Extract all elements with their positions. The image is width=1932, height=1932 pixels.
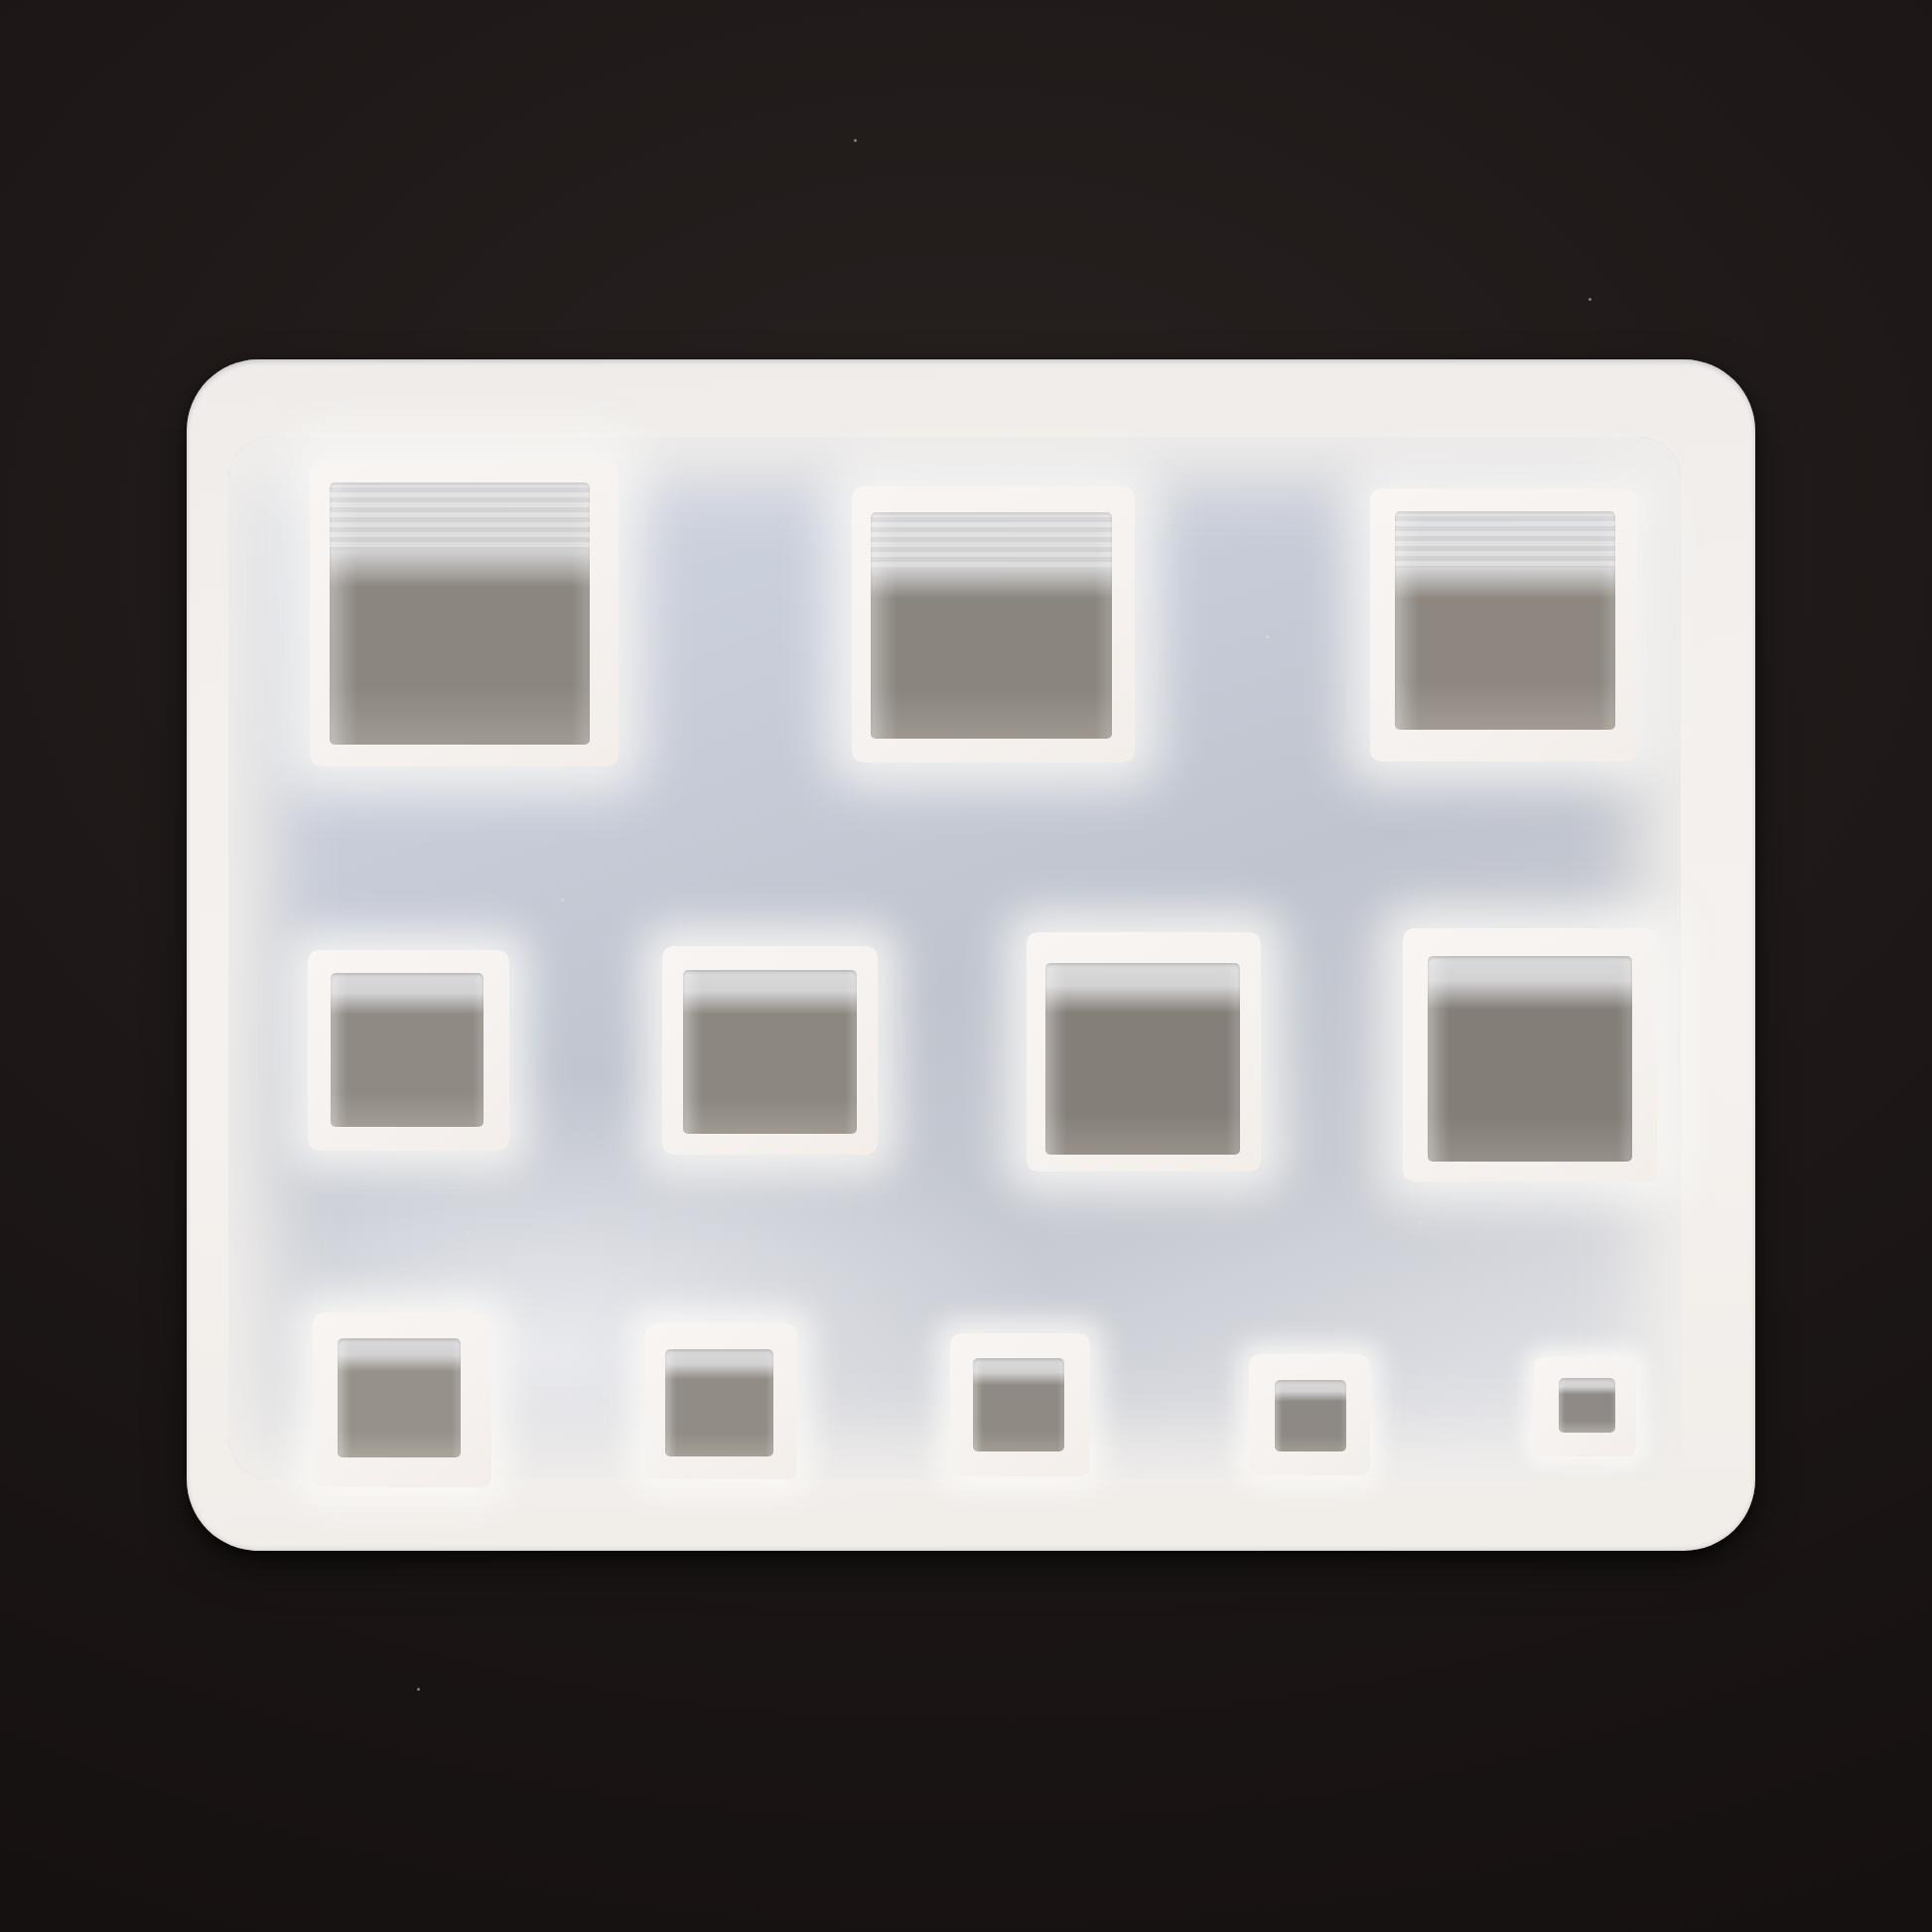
mold-cavity-r3c4	[1249, 1354, 1370, 1475]
mold-cavity-r1c3	[1370, 488, 1638, 761]
cavity-opening-r2c2	[683, 970, 857, 1134]
dust-speck	[417, 1688, 420, 1691]
silicone-mold	[187, 359, 1755, 1551]
cavity-opening-r1c1	[330, 483, 590, 745]
dust-speck	[1588, 298, 1591, 301]
mold-cavity-r3c3	[950, 1333, 1090, 1476]
cavity-opening-r3c5	[1559, 1378, 1615, 1433]
cavity-opening-r1c2	[871, 512, 1112, 739]
mold-cavity-r3c1	[313, 1312, 491, 1487]
photo-backdrop	[0, 0, 1932, 1932]
cavity-opening-r3c1	[338, 1338, 461, 1457]
mold-cavity-r2c2	[662, 946, 878, 1155]
mold-cavity-r3c2	[645, 1323, 797, 1479]
mold-cavity-r2c1	[308, 950, 509, 1151]
cavity-opening-r3c4	[1275, 1380, 1346, 1451]
dust-speck	[854, 139, 857, 142]
cavity-opening-r3c3	[973, 1358, 1064, 1451]
cavity-opening-r2c4	[1428, 956, 1632, 1162]
mold-cavity-r1c1	[310, 461, 619, 766]
cavity-opening-r2c3	[1045, 963, 1240, 1155]
cavity-opening-r1c3	[1395, 511, 1615, 730]
cavity-opening-r2c1	[331, 973, 483, 1127]
mold-cavity-r1c2	[852, 486, 1135, 762]
cavity-opening-r3c2	[665, 1349, 773, 1456]
mold-cavity-r3c5	[1534, 1357, 1636, 1456]
mold-cavity-r2c3	[1027, 932, 1261, 1172]
mold-cavity-r2c4	[1403, 928, 1657, 1181]
